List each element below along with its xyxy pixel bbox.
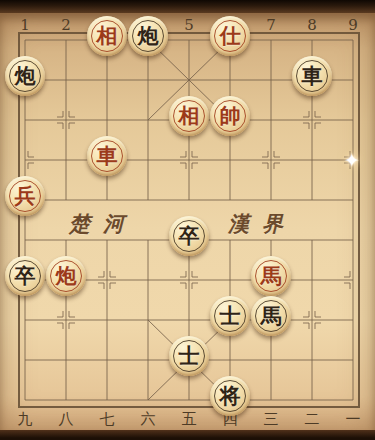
file-label-bottom-1: 九 [14, 411, 36, 427]
river-text-han-jie: 漢界 [228, 210, 296, 238]
file-label-top-1: 1 [14, 17, 36, 33]
piece-glyph: 車 [97, 136, 118, 176]
file-label-bottom-3: 七 [96, 411, 118, 427]
file-label-bottom-4: 六 [137, 411, 159, 427]
file-label-top-8: 8 [301, 17, 323, 33]
xiangqi-board[interactable]: 123456789 九八七六五四三二一 楚河 漢界 相炮仕炮車相帥車兵卒卒炮馬士… [0, 13, 375, 430]
piece-black-advisor[interactable]: 士 [169, 336, 209, 376]
piece-glyph: 仕 [220, 16, 241, 56]
file-label-top-2: 2 [55, 17, 77, 33]
file-label-top-7: 7 [260, 17, 282, 33]
piece-black-chariot[interactable]: 車 [292, 56, 332, 96]
piece-glyph: 馬 [261, 256, 282, 296]
piece-glyph: 将 [220, 376, 241, 416]
piece-glyph: 相 [97, 16, 118, 56]
piece-red-advisor[interactable]: 仕 [210, 16, 250, 56]
piece-red-elephant[interactable]: 相 [87, 16, 127, 56]
file-label-bottom-8: 二 [301, 411, 323, 427]
piece-glyph: 卒 [15, 256, 36, 296]
file-label-top-9: 9 [342, 17, 364, 33]
xiangqi-app: 123456789 九八七六五四三二一 楚河 漢界 相炮仕炮車相帥車兵卒卒炮馬士… [0, 0, 375, 440]
piece-red-elephant[interactable]: 相 [169, 96, 209, 136]
piece-glyph: 炮 [15, 56, 36, 96]
board-top-edge [0, 0, 375, 13]
piece-red-general[interactable]: 帥 [210, 96, 250, 136]
piece-glyph: 馬 [261, 296, 282, 336]
file-label-bottom-7: 三 [260, 411, 282, 427]
piece-glyph: 士 [179, 336, 200, 376]
piece-red-horse[interactable]: 馬 [251, 256, 291, 296]
piece-black-horse[interactable]: 馬 [251, 296, 291, 336]
piece-red-pawn[interactable]: 兵 [5, 176, 45, 216]
piece-glyph: 士 [220, 296, 241, 336]
piece-glyph: 卒 [179, 216, 200, 256]
piece-black-pawn[interactable]: 卒 [169, 216, 209, 256]
piece-black-cannon[interactable]: 炮 [5, 56, 45, 96]
piece-glyph: 兵 [15, 176, 36, 216]
piece-glyph: 相 [179, 96, 200, 136]
piece-black-general[interactable]: 将 [210, 376, 250, 416]
file-label-bottom-9: 一 [342, 411, 364, 427]
piece-black-pawn[interactable]: 卒 [5, 256, 45, 296]
piece-black-advisor[interactable]: 士 [210, 296, 250, 336]
piece-glyph: 車 [302, 56, 323, 96]
file-label-top-5: 5 [178, 17, 200, 33]
piece-glyph: 炮 [56, 256, 77, 296]
board-bottom-edge [0, 430, 375, 440]
piece-glyph: 帥 [220, 96, 241, 136]
piece-red-cannon[interactable]: 炮 [46, 256, 86, 296]
file-label-bottom-5: 五 [178, 411, 200, 427]
piece-glyph: 炮 [138, 16, 159, 56]
piece-black-cannon[interactable]: 炮 [128, 16, 168, 56]
river-text-chu-he: 楚河 [69, 210, 137, 238]
file-label-bottom-2: 八 [55, 411, 77, 427]
piece-red-chariot[interactable]: 車 [87, 136, 127, 176]
